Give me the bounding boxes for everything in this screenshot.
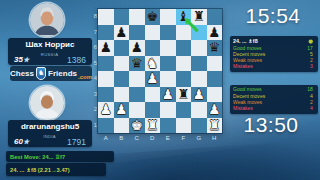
knight-icon: ♞ (38, 70, 44, 77)
square-c3[interactable] (129, 87, 145, 103)
square-a4[interactable] (98, 71, 114, 87)
top-player-clock: 15:54 (228, 4, 318, 28)
bottom-player-move-quality-panel: Good moves18 Decent moves4 Weak moves2 M… (230, 85, 318, 114)
piece-black-queen-c5[interactable]: ♛ (129, 56, 145, 72)
piece-white-pawn-d4[interactable]: ♟ (145, 71, 161, 87)
square-b5[interactable] (114, 56, 130, 72)
square-h8[interactable] (207, 9, 223, 25)
top-player-stats: 35★ 1386 (8, 55, 92, 65)
piece-black-pawn-c6[interactable]: ♟ (129, 40, 145, 56)
square-a3[interactable] (98, 87, 114, 103)
square-f1[interactable] (176, 118, 192, 134)
square-e6[interactable] (160, 40, 176, 56)
bottom-player-avatar (30, 86, 64, 120)
best-move-text: Best Move: 24... ♖f7 (10, 153, 65, 160)
bottom-player-stats: 60★ 1791 (8, 137, 92, 147)
bottom-player-card: drarunangshu5 INDIA 60★ 1791 (8, 120, 92, 147)
bottom-player-avatar-image (30, 86, 64, 120)
square-g8[interactable]: ♜ (191, 9, 207, 25)
square-d8[interactable]: ♚ (145, 9, 161, 25)
top-player-country: RUSSIA (8, 49, 92, 54)
rank-label-2: 2 (91, 102, 97, 118)
file-label-h: H (207, 134, 223, 142)
square-e7[interactable] (160, 25, 176, 41)
square-b4[interactable] (114, 71, 130, 87)
piece-white-pawn-e3[interactable]: ♟ (160, 87, 176, 103)
square-d2[interactable] (145, 102, 161, 118)
chessfriends-logo: Chess ♞ Friends .com (10, 66, 92, 81)
square-e4[interactable] (160, 71, 176, 87)
square-f4[interactable] (176, 71, 192, 87)
square-d5[interactable]: ♞ (145, 56, 161, 72)
file-label-g: G (191, 134, 207, 142)
file-label-b: B (114, 134, 130, 142)
square-b3[interactable] (114, 87, 130, 103)
top-player-card: Шах Норрис RUSSIA 35★ 1386 (8, 38, 92, 65)
file-label-e: E (160, 134, 176, 142)
top-player-avatar-image (30, 3, 64, 37)
move-quality-dot (309, 39, 313, 43)
square-e3[interactable]: ♟ (160, 87, 176, 103)
bottom-player-stars: 60★ (14, 137, 29, 146)
square-b8[interactable] (114, 9, 130, 25)
square-a7[interactable] (98, 25, 114, 41)
bottom-player-rating: 1791 (67, 137, 86, 147)
top-player-move-quality-panel: 24. ... ♗f8 Good moves17 Decent moves5 W… (230, 36, 318, 72)
square-f6[interactable] (176, 40, 192, 56)
square-a5[interactable] (98, 56, 114, 72)
square-f5[interactable] (176, 56, 192, 72)
top-player-stars: 35★ (14, 55, 29, 64)
piece-black-pawn-h7[interactable]: ♟ (207, 25, 223, 41)
square-g7[interactable] (191, 25, 207, 41)
square-d7[interactable] (145, 25, 161, 41)
file-label-c: C (129, 134, 145, 142)
square-g3[interactable]: ♟ (191, 87, 207, 103)
square-b2[interactable]: ♟ (114, 102, 130, 118)
piece-black-king-d8[interactable]: ♚ (145, 9, 161, 25)
square-b1[interactable] (114, 118, 130, 134)
chessfriends-shield-icon: ♞ (36, 67, 46, 80)
square-b7[interactable]: ♟ (114, 25, 130, 41)
last-move-header: 24. ... ♗f8 (233, 38, 315, 45)
square-e8[interactable] (160, 9, 176, 25)
square-g2[interactable] (191, 102, 207, 118)
square-d4[interactable]: ♟ (145, 71, 161, 87)
piece-white-rook-d1[interactable]: ♜ (145, 118, 161, 134)
top-player-avatar (30, 3, 64, 37)
last-move-label: 24. ... ♗f8 (233, 38, 258, 45)
square-h2[interactable]: ♟ (207, 102, 223, 118)
square-f7[interactable] (176, 25, 192, 41)
square-a8[interactable] (98, 9, 114, 25)
square-b6[interactable] (114, 40, 130, 56)
square-g4[interactable] (191, 71, 207, 87)
square-f3[interactable]: ♜ (176, 87, 192, 103)
chess-board: 87654321 ♚♝♜♟♟♟♟♛♛♞♟♟♜♟♟♟♟♚♜♜ ABCDEFGH (98, 9, 222, 133)
square-e5[interactable] (160, 56, 176, 72)
star-icon: ★ (23, 56, 29, 63)
top-player-name: Шах Норрис (8, 40, 92, 49)
chessfriends-stream-overlay: Шах Норрис RUSSIA 35★ 1386 Chess ♞ Frien… (0, 0, 320, 180)
square-d6[interactable] (145, 40, 161, 56)
rank-label-4: 4 (91, 71, 97, 87)
square-g6[interactable] (191, 40, 207, 56)
file-label-f: F (176, 134, 192, 142)
square-g5[interactable] (191, 56, 207, 72)
square-c6[interactable]: ♟ (129, 40, 145, 56)
top-player-rating: 1386 (67, 55, 86, 65)
square-a6[interactable]: ♟ (98, 40, 114, 56)
square-d1[interactable]: ♜ (145, 118, 161, 134)
square-h1[interactable]: ♜ (207, 118, 223, 134)
square-c2[interactable] (129, 102, 145, 118)
piece-black-pawn-b7[interactable]: ♟ (114, 25, 130, 41)
star-icon: ★ (23, 138, 29, 145)
piece-black-bishop-f8[interactable]: ♝ (176, 9, 192, 25)
square-c1[interactable]: ♚ (129, 118, 145, 134)
square-h5[interactable] (207, 56, 223, 72)
square-c8[interactable] (129, 9, 145, 25)
square-g1[interactable] (191, 118, 207, 134)
square-d3[interactable] (145, 87, 161, 103)
rank-label-7: 7 (91, 25, 97, 41)
file-label-d: D (145, 134, 161, 142)
piece-black-rook-f3[interactable]: ♜ (176, 87, 192, 103)
file-labels: ABCDEFGH (98, 134, 222, 142)
square-c7[interactable] (129, 25, 145, 41)
rank-labels: 87654321 (91, 9, 97, 133)
rank-label-5: 5 (91, 56, 97, 72)
bottom-player-clock: 13:50 (226, 113, 316, 137)
piece-white-pawn-g3[interactable]: ♟ (191, 87, 207, 103)
square-f8[interactable]: ♝ (176, 9, 192, 25)
square-h3[interactable] (207, 87, 223, 103)
square-a1[interactable] (98, 118, 114, 134)
square-h7[interactable]: ♟ (207, 25, 223, 41)
square-f2[interactable] (176, 102, 192, 118)
stat-row-mistakes: Mistakes3 (233, 64, 315, 70)
square-c4[interactable] (129, 71, 145, 87)
piece-white-pawn-b2[interactable]: ♟ (114, 102, 130, 118)
square-a2[interactable]: ♟ (98, 102, 114, 118)
piece-white-pawn-a2[interactable]: ♟ (98, 102, 114, 118)
square-h4[interactable] (207, 71, 223, 87)
played-move-text: 24. ... ♗f8 (2.21→3.47) (10, 166, 70, 173)
rank-label-6: 6 (91, 40, 97, 56)
rank-label-3: 3 (91, 87, 97, 103)
piece-black-rook-g8[interactable]: ♜ (191, 9, 207, 25)
rank-label-8: 8 (91, 9, 97, 25)
best-move-banner: Best Move: 24... ♖f7 (6, 151, 114, 162)
piece-white-pawn-h2[interactable]: ♟ (207, 102, 223, 118)
piece-white-rook-h1[interactable]: ♜ (207, 118, 223, 134)
bottom-player-country: INDIA (8, 131, 92, 136)
file-label-a: A (98, 134, 114, 142)
square-e2[interactable] (160, 102, 176, 118)
square-h6[interactable]: ♛ (207, 40, 223, 56)
rank-label-1: 1 (91, 118, 97, 134)
piece-black-pawn-a6[interactable]: ♟ (98, 40, 114, 56)
piece-white-knight-d5[interactable]: ♞ (145, 56, 161, 72)
square-e1[interactable] (160, 118, 176, 134)
piece-black-queen-h6[interactable]: ♛ (207, 40, 223, 56)
logo-tld: .com (78, 74, 92, 80)
stat-row-mistakes: Mistakes4 (233, 106, 315, 112)
bottom-player-name: drarunangshu5 (8, 122, 92, 131)
played-move-banner: 24. ... ♗f8 (2.21→3.47) (6, 163, 106, 176)
square-c5[interactable]: ♛ (129, 56, 145, 72)
board-squares: ♚♝♜♟♟♟♟♛♛♞♟♟♜♟♟♟♟♚♜♜ (98, 9, 222, 133)
piece-white-king-c1[interactable]: ♚ (129, 118, 145, 134)
